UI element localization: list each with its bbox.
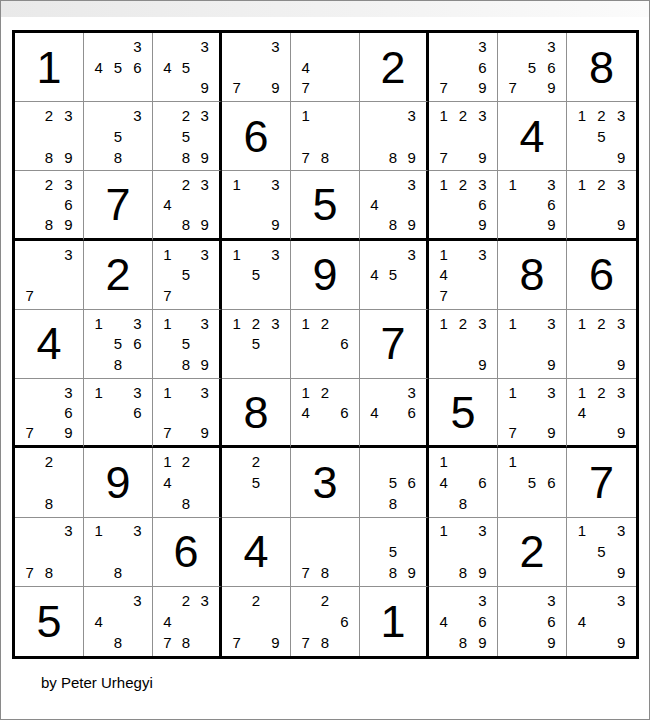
candidate-empty <box>158 174 177 194</box>
candidate-1: 1 <box>434 521 453 542</box>
candidate-empty <box>402 126 421 147</box>
sudoku-cell-r5c9[interactable]: 1239 <box>567 310 636 379</box>
candidate-empty <box>89 590 108 611</box>
sudoku-cell-r1c5[interactable]: 47 <box>291 33 360 102</box>
candidate-empty <box>522 215 541 235</box>
candidate-9: 9 <box>195 354 214 375</box>
candidate-empty <box>611 402 631 422</box>
sudoku-cell-r6c2[interactable]: 136 <box>84 379 153 448</box>
candidate-9: 9 <box>402 562 421 583</box>
candidate-1: 1 <box>434 105 453 126</box>
candidate-6: 6 <box>542 195 561 215</box>
candidate-empty <box>108 422 127 442</box>
candidate-3: 3 <box>195 244 214 265</box>
candidate-empty <box>503 195 522 215</box>
candidate-empty <box>315 402 334 422</box>
candidate-3: 3 <box>59 174 78 194</box>
candidate-empty <box>402 451 421 472</box>
candidate-6: 6 <box>335 402 354 422</box>
candidate-9: 9 <box>542 77 561 98</box>
sudoku-cell-r8c1[interactable]: 378 <box>15 518 84 587</box>
candidate-empty <box>522 493 541 514</box>
candidate-1: 1 <box>158 313 177 334</box>
cell-value: 1 <box>36 45 61 90</box>
candidate-5: 5 <box>177 334 196 355</box>
sudoku-cell-r2c7[interactable]: 12379 <box>429 102 498 171</box>
sudoku-cell-r8c4[interactable]: 4 <box>222 518 291 587</box>
candidate-empty <box>59 562 78 583</box>
cell-candidates: 1357 <box>153 241 219 309</box>
candidate-2: 2 <box>453 174 472 194</box>
sudoku-cell-r4c5[interactable]: 9 <box>291 241 360 310</box>
candidate-empty <box>59 541 78 562</box>
candidate-6: 6 <box>542 611 561 632</box>
candidate-6: 6 <box>402 402 421 422</box>
candidate-empty <box>108 36 127 57</box>
sudoku-cell-r3c4[interactable]: 139 <box>222 171 291 240</box>
sudoku-cell-r3c7[interactable]: 12369 <box>429 171 498 240</box>
cell-candidates: 135 <box>222 241 290 309</box>
sudoku-cell-r8c2[interactable]: 138 <box>84 518 153 587</box>
candidate-empty <box>365 422 384 442</box>
candidate-empty <box>453 611 472 632</box>
candidate-1: 1 <box>158 451 177 472</box>
candidate-6: 6 <box>402 472 421 493</box>
candidate-empty <box>503 590 522 611</box>
cell-candidates: 138 <box>84 518 152 586</box>
candidate-8: 8 <box>108 632 127 653</box>
candidate-8: 8 <box>177 215 196 235</box>
candidate-9: 9 <box>195 422 214 442</box>
cell-candidates: 139 <box>498 310 566 378</box>
candidate-empty <box>365 147 384 168</box>
sudoku-cell-r5c1[interactable]: 4 <box>15 310 84 379</box>
candidate-1: 1 <box>572 105 592 126</box>
candidate-3: 3 <box>59 105 78 126</box>
candidate-1: 1 <box>572 382 592 402</box>
candidate-2: 2 <box>315 313 334 334</box>
candidate-empty <box>592 402 612 422</box>
sudoku-cell-r6c7[interactable]: 5 <box>429 379 498 448</box>
candidate-empty <box>158 105 177 126</box>
sudoku-cell-r4c3[interactable]: 1357 <box>153 241 222 310</box>
candidate-empty <box>384 244 403 265</box>
cell-candidates: 1246 <box>291 379 359 445</box>
sudoku-cell-r8c9[interactable]: 1359 <box>567 518 636 587</box>
candidate-3: 3 <box>402 244 421 265</box>
candidate-9: 9 <box>611 422 631 442</box>
candidate-1: 1 <box>158 244 177 265</box>
sudoku-cell-r3c9[interactable]: 1239 <box>567 171 636 240</box>
candidate-empty <box>108 521 127 542</box>
candidate-empty <box>20 105 39 126</box>
candidate-3: 3 <box>59 382 78 402</box>
cell-candidates: 1379 <box>498 379 566 445</box>
sudoku-cell-r5c4[interactable]: 1235 <box>222 310 291 379</box>
candidate-empty <box>246 493 265 514</box>
candidate-2: 2 <box>177 590 196 611</box>
candidate-7: 7 <box>434 147 453 168</box>
candidate-empty <box>592 354 612 375</box>
sudoku-cell-r7c3[interactable]: 1248 <box>153 448 222 517</box>
sudoku-cell-r9c8[interactable]: 369 <box>498 587 567 656</box>
candidate-empty <box>266 264 285 285</box>
candidate-empty <box>158 493 177 514</box>
candidate-empty <box>266 354 285 375</box>
candidate-1: 1 <box>296 382 315 402</box>
candidate-empty <box>128 354 147 375</box>
cell-candidates: 34689 <box>429 587 497 656</box>
sudoku-cell-r5c7[interactable]: 1239 <box>429 310 498 379</box>
candidate-2: 2 <box>177 105 196 126</box>
candidate-4: 4 <box>158 611 177 632</box>
candidate-3: 3 <box>542 590 561 611</box>
candidate-3: 3 <box>59 521 78 542</box>
candidate-3: 3 <box>128 313 147 334</box>
sudoku-cell-r3c5[interactable]: 5 <box>291 171 360 240</box>
candidate-4: 4 <box>434 611 453 632</box>
candidate-empty <box>39 422 58 442</box>
candidate-9: 9 <box>473 354 492 375</box>
sudoku-cell-r7c5[interactable]: 3 <box>291 448 360 517</box>
candidate-2: 2 <box>177 451 196 472</box>
candidate-9: 9 <box>195 77 214 98</box>
candidate-empty <box>296 354 315 375</box>
candidate-empty <box>227 451 246 472</box>
candidate-3: 3 <box>542 36 561 57</box>
candidate-empty <box>89 402 108 422</box>
cell-value: 5 <box>450 390 475 435</box>
sudoku-cell-r4c9[interactable]: 6 <box>567 241 636 310</box>
candidate-empty <box>522 334 541 355</box>
candidate-empty <box>266 493 285 514</box>
sudoku-cell-r9c6[interactable]: 1 <box>360 587 429 656</box>
candidate-2: 2 <box>592 313 612 334</box>
sudoku-cell-r1c4[interactable]: 379 <box>222 33 291 102</box>
sudoku-cell-r7c1[interactable]: 28 <box>15 448 84 517</box>
sudoku-cell-r3c2[interactable]: 7 <box>84 171 153 240</box>
candidate-6: 6 <box>128 57 147 78</box>
candidate-empty <box>89 632 108 653</box>
candidate-empty <box>195 611 214 632</box>
candidate-1: 1 <box>89 521 108 542</box>
candidate-8: 8 <box>39 493 58 514</box>
sudoku-cell-r6c3[interactable]: 1379 <box>153 379 222 448</box>
page: 1345634593794723679356798238935823589617… <box>0 0 650 720</box>
cell-candidates: 136 <box>84 379 152 445</box>
candidate-9: 9 <box>611 562 631 583</box>
candidate-empty <box>20 382 39 402</box>
sudoku-cell-r9c2[interactable]: 348 <box>84 587 153 656</box>
candidate-empty <box>246 174 265 194</box>
candidate-empty <box>522 422 541 442</box>
cell-candidates: 3679 <box>15 379 83 445</box>
candidate-empty <box>453 147 472 168</box>
candidate-empty <box>296 611 315 632</box>
candidate-empty <box>266 57 285 78</box>
candidate-3: 3 <box>473 36 492 57</box>
sudoku-cell-r1c3[interactable]: 3459 <box>153 33 222 102</box>
candidate-3: 3 <box>542 174 561 194</box>
candidate-empty <box>522 354 541 375</box>
sudoku-cell-r2c3[interactable]: 23589 <box>153 102 222 171</box>
candidate-empty <box>335 126 354 147</box>
sudoku-cell-r9c4[interactable]: 279 <box>222 587 291 656</box>
sudoku-cell-r6c4[interactable]: 8 <box>222 379 291 448</box>
sudoku-cell-r5c2[interactable]: 13568 <box>84 310 153 379</box>
candidate-empty <box>335 77 354 98</box>
sudoku-cell-r4c7[interactable]: 1347 <box>429 241 498 310</box>
sudoku-cell-r5c8[interactable]: 139 <box>498 310 567 379</box>
cell-candidates: 78 <box>291 518 359 586</box>
candidate-empty <box>227 611 246 632</box>
sudoku-cell-r9c9[interactable]: 349 <box>567 587 636 656</box>
candidate-empty <box>158 354 177 375</box>
candidate-4: 4 <box>434 472 453 493</box>
sudoku-cell-r7c7[interactable]: 1468 <box>429 448 498 517</box>
candidate-4: 4 <box>158 195 177 215</box>
candidate-4: 4 <box>365 195 384 215</box>
cell-value: 3 <box>312 460 337 505</box>
candidate-3: 3 <box>266 244 285 265</box>
cell-candidates: 3489 <box>360 171 426 237</box>
candidate-empty <box>108 382 127 402</box>
candidate-9: 9 <box>611 215 631 235</box>
sudoku-cell-r7c6[interactable]: 568 <box>360 448 429 517</box>
candidate-empty <box>20 493 39 514</box>
candidate-empty <box>266 334 285 355</box>
candidate-empty <box>572 422 592 442</box>
candidate-empty <box>453 590 472 611</box>
candidate-5: 5 <box>592 541 612 562</box>
candidate-empty <box>542 402 561 422</box>
candidate-6: 6 <box>542 57 561 78</box>
candidate-empty <box>296 126 315 147</box>
candidate-1: 1 <box>434 313 453 334</box>
candidate-9: 9 <box>542 354 561 375</box>
cell-candidates: 1379 <box>153 379 219 445</box>
sudoku-cell-r4c2[interactable]: 2 <box>84 241 153 310</box>
sudoku-cell-r2c6[interactable]: 389 <box>360 102 429 171</box>
candidate-empty <box>365 105 384 126</box>
sudoku-cell-r8c3[interactable]: 6 <box>153 518 222 587</box>
candidate-empty <box>384 285 403 306</box>
candidate-3: 3 <box>195 174 214 194</box>
candidate-1: 1 <box>434 244 453 265</box>
candidate-4: 4 <box>158 472 177 493</box>
sudoku-cell-r2c5[interactable]: 178 <box>291 102 360 171</box>
candidate-9: 9 <box>266 215 285 235</box>
sudoku-cell-r6c9[interactable]: 12349 <box>567 379 636 448</box>
candidate-empty <box>89 126 108 147</box>
cell-candidates: 348 <box>84 587 152 656</box>
cell-candidates: 349 <box>567 587 636 656</box>
candidate-empty <box>128 422 147 442</box>
sudoku-cell-r5c5[interactable]: 126 <box>291 310 360 379</box>
sudoku-cell-r6c6[interactable]: 346 <box>360 379 429 448</box>
sudoku-cell-r9c1[interactable]: 5 <box>15 587 84 656</box>
candidate-empty <box>384 402 403 422</box>
sudoku-cell-r2c1[interactable]: 2389 <box>15 102 84 171</box>
sudoku-cell-r1c6[interactable]: 2 <box>360 33 429 102</box>
candidate-3: 3 <box>266 174 285 194</box>
candidate-empty <box>453 126 472 147</box>
sudoku-cell-r6c1[interactable]: 3679 <box>15 379 84 448</box>
candidate-empty <box>434 126 453 147</box>
candidate-empty <box>20 147 39 168</box>
candidate-empty <box>434 334 453 355</box>
candidate-empty <box>473 126 492 147</box>
candidate-8: 8 <box>39 215 58 235</box>
candidate-empty <box>453 77 472 98</box>
sudoku-cell-r9c5[interactable]: 2678 <box>291 587 360 656</box>
sudoku-cell-r1c7[interactable]: 3679 <box>429 33 498 102</box>
candidate-7: 7 <box>20 422 39 442</box>
candidate-empty <box>453 195 472 215</box>
candidate-3: 3 <box>473 521 492 542</box>
sudoku-cell-r8c5[interactable]: 78 <box>291 518 360 587</box>
sudoku-cell-r5c3[interactable]: 13589 <box>153 310 222 379</box>
sudoku-cell-r1c2[interactable]: 3456 <box>84 33 153 102</box>
candidate-empty <box>542 493 561 514</box>
cell-candidates: 279 <box>222 587 290 656</box>
candidate-empty <box>503 493 522 514</box>
candidate-empty <box>384 195 403 215</box>
candidate-empty <box>365 562 384 583</box>
author-credit: by Peter Urhegyi <box>41 674 153 691</box>
candidate-empty <box>227 285 246 306</box>
candidate-9: 9 <box>266 77 285 98</box>
sudoku-cell-r1c1[interactable]: 1 <box>15 33 84 102</box>
candidate-empty <box>503 334 522 355</box>
sudoku-cell-r4c8[interactable]: 8 <box>498 241 567 310</box>
candidate-empty <box>522 451 541 472</box>
sudoku-cell-r8c7[interactable]: 1389 <box>429 518 498 587</box>
candidate-empty <box>453 264 472 285</box>
candidate-empty <box>246 285 265 306</box>
sudoku-cell-r4c6[interactable]: 345 <box>360 241 429 310</box>
candidate-9: 9 <box>473 77 492 98</box>
candidate-empty <box>611 334 631 355</box>
candidate-6: 6 <box>473 57 492 78</box>
candidate-6: 6 <box>128 402 147 422</box>
sudoku-cell-r6c8[interactable]: 1379 <box>498 379 567 448</box>
candidate-empty <box>296 541 315 562</box>
candidate-6: 6 <box>335 611 354 632</box>
candidate-9: 9 <box>473 562 492 583</box>
candidate-empty <box>453 244 472 265</box>
sudoku-cell-r6c5[interactable]: 1246 <box>291 379 360 448</box>
candidate-empty <box>39 521 58 542</box>
sudoku-cell-r1c9[interactable]: 8 <box>567 33 636 102</box>
candidate-3: 3 <box>128 590 147 611</box>
sudoku-cell-r2c8[interactable]: 4 <box>498 102 567 171</box>
candidate-empty <box>592 422 612 442</box>
candidate-empty <box>158 36 177 57</box>
cell-value: 8 <box>243 390 268 435</box>
sudoku-cell-r7c8[interactable]: 156 <box>498 448 567 517</box>
cell-candidates: 178 <box>291 102 359 170</box>
candidate-empty <box>572 215 592 235</box>
candidate-8: 8 <box>108 354 127 375</box>
sudoku-cell-r3c6[interactable]: 3489 <box>360 171 429 240</box>
candidate-4: 4 <box>89 611 108 632</box>
candidate-3: 3 <box>266 313 285 334</box>
cell-candidates: 345 <box>360 241 426 309</box>
candidate-empty <box>227 493 246 514</box>
candidate-empty <box>128 632 147 653</box>
candidate-empty <box>89 77 108 98</box>
candidate-empty <box>59 126 78 147</box>
candidate-5: 5 <box>108 126 127 147</box>
candidate-empty <box>39 541 58 562</box>
candidate-4: 4 <box>434 264 453 285</box>
candidate-empty <box>365 174 384 194</box>
candidate-empty <box>592 147 612 168</box>
candidate-7: 7 <box>503 77 522 98</box>
candidate-5: 5 <box>246 334 265 355</box>
candidate-empty <box>473 264 492 285</box>
sudoku-cell-r2c2[interactable]: 358 <box>84 102 153 171</box>
sudoku-cell-r1c8[interactable]: 35679 <box>498 33 567 102</box>
candidate-9: 9 <box>542 632 561 653</box>
candidate-empty <box>335 147 354 168</box>
candidate-empty <box>315 105 334 126</box>
sudoku-cell-r4c1[interactable]: 37 <box>15 241 84 310</box>
candidate-8: 8 <box>453 493 472 514</box>
sudoku-cell-r8c6[interactable]: 589 <box>360 518 429 587</box>
sudoku-cell-r7c9[interactable]: 7 <box>567 448 636 517</box>
sudoku-cell-r9c3[interactable]: 23478 <box>153 587 222 656</box>
cell-candidates: 23489 <box>153 171 219 237</box>
sudoku-cell-r3c3[interactable]: 23489 <box>153 171 222 240</box>
sudoku-cell-r2c4[interactable]: 6 <box>222 102 291 171</box>
sudoku-cell-r9c7[interactable]: 34689 <box>429 587 498 656</box>
candidate-3: 3 <box>611 105 631 126</box>
candidate-3: 3 <box>611 382 631 402</box>
sudoku-cell-r5c6[interactable]: 7 <box>360 310 429 379</box>
candidate-empty <box>402 264 421 285</box>
sudoku-cell-r4c4[interactable]: 135 <box>222 241 291 310</box>
cell-value: 2 <box>519 529 544 574</box>
sudoku-cell-r2c9[interactable]: 12359 <box>567 102 636 171</box>
candidate-8: 8 <box>39 562 58 583</box>
candidate-1: 1 <box>503 451 522 472</box>
candidate-empty <box>335 36 354 57</box>
candidate-9: 9 <box>266 632 285 653</box>
candidate-empty <box>453 472 472 493</box>
cell-candidates: 23478 <box>153 587 219 656</box>
sudoku-cell-r8c8[interactable]: 2 <box>498 518 567 587</box>
candidate-1: 1 <box>227 313 246 334</box>
cell-value: 1 <box>380 599 405 644</box>
sudoku-cell-r7c4[interactable]: 25 <box>222 448 291 517</box>
sudoku-cell-r3c8[interactable]: 1369 <box>498 171 567 240</box>
sudoku-cell-r3c1[interactable]: 23689 <box>15 171 84 240</box>
candidate-7: 7 <box>20 562 39 583</box>
candidate-empty <box>59 451 78 472</box>
candidate-empty <box>335 422 354 442</box>
candidate-empty <box>402 285 421 306</box>
candidate-1: 1 <box>503 313 522 334</box>
sudoku-cell-r7c2[interactable]: 9 <box>84 448 153 517</box>
candidate-empty <box>473 451 492 472</box>
candidate-empty <box>592 611 612 632</box>
candidate-8: 8 <box>177 147 196 168</box>
candidate-5: 5 <box>384 541 403 562</box>
candidate-8: 8 <box>453 632 472 653</box>
cell-value: 4 <box>243 529 268 574</box>
